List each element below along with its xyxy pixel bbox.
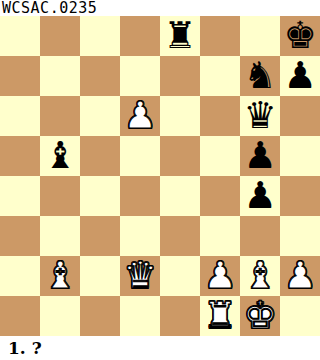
piece-white-pawn: ♟ [203, 256, 236, 296]
square-b7[interactable] [40, 56, 80, 96]
square-b3[interactable] [40, 216, 80, 256]
square-g5[interactable]: ♟ [240, 136, 280, 176]
piece-black-pawn: ♟ [243, 136, 276, 176]
piece-white-king: ♚ [243, 296, 276, 336]
square-c8[interactable] [80, 16, 120, 56]
square-b1[interactable] [40, 296, 80, 336]
square-c5[interactable] [80, 136, 120, 176]
square-d1[interactable] [120, 296, 160, 336]
square-c1[interactable] [80, 296, 120, 336]
square-c2[interactable] [80, 256, 120, 296]
square-g8[interactable] [240, 16, 280, 56]
square-h8[interactable]: ♚ [280, 16, 320, 56]
square-a6[interactable] [0, 96, 40, 136]
square-c4[interactable] [80, 176, 120, 216]
square-e7[interactable] [160, 56, 200, 96]
piece-black-queen: ♛ [243, 96, 276, 136]
piece-white-pawn: ♟ [283, 256, 316, 296]
square-f3[interactable] [200, 216, 240, 256]
square-b8[interactable] [40, 16, 80, 56]
square-f2[interactable]: ♟ [200, 256, 240, 296]
square-g6[interactable]: ♛ [240, 96, 280, 136]
square-d3[interactable] [120, 216, 160, 256]
piece-black-pawn: ♟ [283, 56, 316, 96]
square-e1[interactable] [160, 296, 200, 336]
square-d2[interactable]: ♛ [120, 256, 160, 296]
square-d8[interactable] [120, 16, 160, 56]
square-b2[interactable]: ♝ [40, 256, 80, 296]
square-h1[interactable] [280, 296, 320, 336]
square-e5[interactable] [160, 136, 200, 176]
piece-white-bishop: ♝ [243, 256, 276, 296]
square-d4[interactable] [120, 176, 160, 216]
square-h2[interactable]: ♟ [280, 256, 320, 296]
square-a2[interactable] [0, 256, 40, 296]
move-prompt: 1. ? [0, 336, 320, 360]
square-e2[interactable] [160, 256, 200, 296]
square-a4[interactable] [0, 176, 40, 216]
square-e4[interactable] [160, 176, 200, 216]
square-c7[interactable] [80, 56, 120, 96]
square-h4[interactable] [280, 176, 320, 216]
square-f7[interactable] [200, 56, 240, 96]
square-f5[interactable] [200, 136, 240, 176]
square-h3[interactable] [280, 216, 320, 256]
square-c6[interactable] [80, 96, 120, 136]
square-f1[interactable]: ♜ [200, 296, 240, 336]
chess-board: ♜♚♞♟♟♛♝♟♟♝♛♟♝♟♜♚ [0, 16, 320, 336]
square-d7[interactable] [120, 56, 160, 96]
square-c3[interactable] [80, 216, 120, 256]
piece-white-rook: ♜ [203, 296, 236, 336]
piece-black-pawn: ♟ [243, 176, 276, 216]
square-b6[interactable] [40, 96, 80, 136]
piece-white-pawn: ♟ [123, 96, 156, 136]
square-h6[interactable] [280, 96, 320, 136]
square-g7[interactable]: ♞ [240, 56, 280, 96]
square-a7[interactable] [0, 56, 40, 96]
square-a8[interactable] [0, 16, 40, 56]
piece-white-queen: ♛ [123, 256, 156, 296]
square-f4[interactable] [200, 176, 240, 216]
square-d6[interactable]: ♟ [120, 96, 160, 136]
square-g3[interactable] [240, 216, 280, 256]
square-e3[interactable] [160, 216, 200, 256]
square-a3[interactable] [0, 216, 40, 256]
piece-black-knight: ♞ [243, 56, 276, 96]
square-a5[interactable] [0, 136, 40, 176]
square-h5[interactable] [280, 136, 320, 176]
piece-white-bishop: ♝ [43, 256, 76, 296]
square-d5[interactable] [120, 136, 160, 176]
puzzle-title: WCSAC.0235 [0, 0, 320, 16]
square-e6[interactable] [160, 96, 200, 136]
square-b5[interactable]: ♝ [40, 136, 80, 176]
square-g2[interactable]: ♝ [240, 256, 280, 296]
square-h7[interactable]: ♟ [280, 56, 320, 96]
square-b4[interactable] [40, 176, 80, 216]
square-f8[interactable] [200, 16, 240, 56]
square-e8[interactable]: ♜ [160, 16, 200, 56]
piece-black-rook: ♜ [163, 16, 196, 56]
piece-black-bishop: ♝ [43, 136, 76, 176]
square-f6[interactable] [200, 96, 240, 136]
piece-black-king: ♚ [283, 16, 316, 56]
square-g4[interactable]: ♟ [240, 176, 280, 216]
square-g1[interactable]: ♚ [240, 296, 280, 336]
square-a1[interactable] [0, 296, 40, 336]
